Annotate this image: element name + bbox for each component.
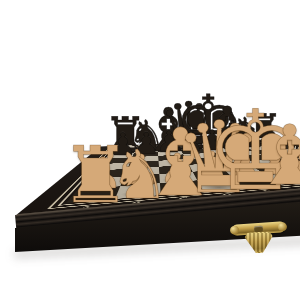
brass-clasp-left-finial (230, 225, 240, 235)
chess-set-photo: ABCDEFGH ♜♞♝♛♚♝♞♜♟♟♟♟♟♟♟♟♟♟♟♟♟♟♟♟♜♞♝♛♚♝♞… (0, 0, 300, 300)
piece-white-bishop-f1[interactable]: ♝ (253, 115, 300, 198)
brass-clasp-keyhole (254, 225, 263, 232)
piece-white-knight-g1[interactable]: ♞ (297, 134, 300, 189)
